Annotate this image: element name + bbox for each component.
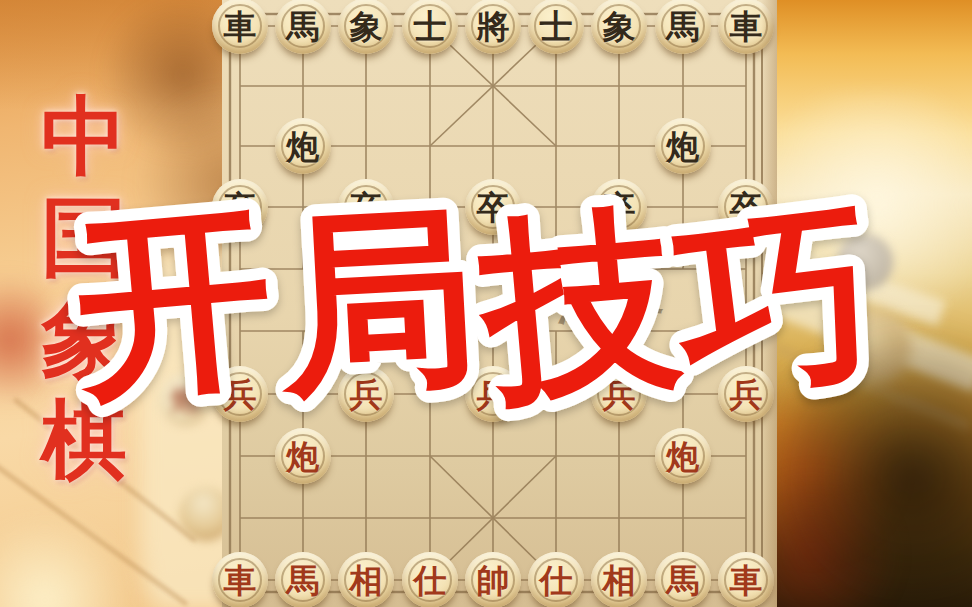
piece-char: 仕 [540,564,573,597]
black-cannon[interactable]: 炮 [275,118,331,174]
black-chariot[interactable]: 車 [212,0,268,54]
red-horse[interactable]: 馬 [655,552,711,607]
piece-char: 士 [414,10,447,43]
piece-char: 將 [477,10,510,43]
thumbnail-stage: 炮 [0,0,972,607]
black-advisor[interactable]: 士 [402,0,458,54]
black-advisor[interactable]: 士 [528,0,584,54]
red-elephant[interactable]: 相 [591,552,647,607]
piece-char: 馬 [667,10,700,43]
black-elephant[interactable]: 象 [338,0,394,54]
black-elephant[interactable]: 象 [591,0,647,54]
piece-char: 馬 [667,564,700,597]
overlay-title-char: 局 [271,183,483,421]
red-cannon[interactable]: 炮 [275,428,331,484]
piece-char: 炮 [287,130,320,163]
black-general[interactable]: 將 [465,0,521,54]
overlay-title-char: 巧 [661,182,887,428]
corner-light-blob [0,520,135,607]
piece-char: 士 [540,10,573,43]
piece-char: 車 [730,10,763,43]
piece-char: 馬 [287,10,320,43]
piece-char: 車 [730,564,763,597]
red-general[interactable]: 帥 [465,552,521,607]
piece-char: 帥 [477,564,510,597]
red-advisor[interactable]: 仕 [528,552,584,607]
piece-char: 象 [350,10,383,43]
red-cannon[interactable]: 炮 [655,428,711,484]
piece-char: 仕 [414,564,447,597]
red-elephant[interactable]: 相 [338,552,394,607]
piece-char: 車 [224,10,257,43]
red-advisor[interactable]: 仕 [402,552,458,607]
piece-char: 炮 [667,440,700,473]
piece-char: 車 [224,564,257,597]
black-cannon[interactable]: 炮 [655,118,711,174]
side-title-char: 中 [41,86,127,187]
overlay-title-char: 技 [469,182,690,427]
piece-char: 馬 [287,564,320,597]
piece-char: 相 [350,564,383,597]
overlay-title: 开 局 技 巧 [48,182,928,432]
overlay-title-char: 开 [63,182,281,424]
red-horse[interactable]: 馬 [275,552,331,607]
piece-char: 炮 [287,440,320,473]
piece-char: 相 [603,564,636,597]
red-chariot[interactable]: 車 [212,552,268,607]
black-horse[interactable]: 馬 [655,0,711,54]
piece-char: 象 [603,10,636,43]
black-horse[interactable]: 馬 [275,0,331,54]
piece-char: 炮 [667,130,700,163]
